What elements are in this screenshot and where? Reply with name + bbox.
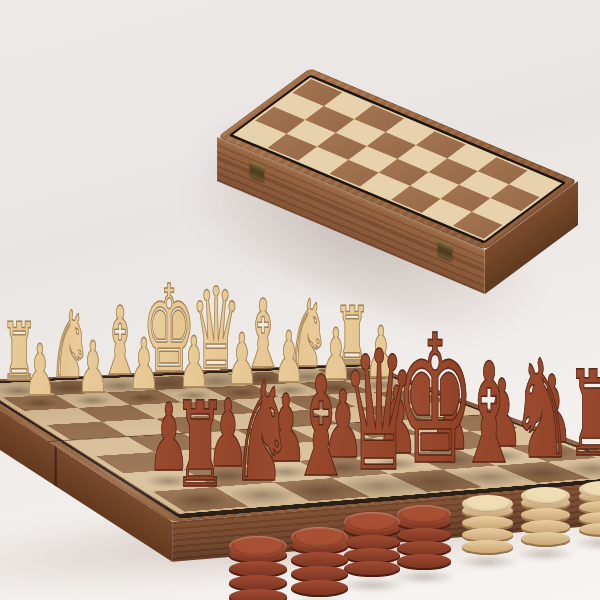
checker-stack-cream <box>579 481 600 546</box>
checker-disc <box>462 540 513 555</box>
checker-disc <box>521 532 570 547</box>
box-latch-right-icon <box>438 239 452 261</box>
box-latch-left-icon <box>250 160 264 182</box>
checker-stack-brown <box>397 505 451 580</box>
checker-stack-brown <box>291 527 348 600</box>
checker-stack-cream <box>521 487 570 557</box>
checker-disc <box>291 580 348 597</box>
checker-disc-top <box>521 487 570 505</box>
checker-disc-top <box>397 505 451 524</box>
checker-disc-top <box>344 512 400 532</box>
checker-stack-cream <box>462 495 513 565</box>
checker-disc <box>397 554 451 570</box>
board-fold-notch <box>55 445 57 486</box>
checker-disc-top <box>229 536 287 557</box>
checker-disc <box>579 523 600 537</box>
checker-stack-brown <box>229 536 287 600</box>
checker-disc <box>344 561 400 577</box>
checker-disc <box>229 589 287 600</box>
checker-disc-top <box>291 527 348 548</box>
checker-stack-brown <box>344 512 400 588</box>
checker-disc-top <box>462 495 513 513</box>
scene: ♜♞♝♚♛♝♞♜♟♟♟♟♟♟♟♟♟♟♟♟♟♟♟♟♜♞♝♛♚♝♞♜ <box>0 0 600 600</box>
